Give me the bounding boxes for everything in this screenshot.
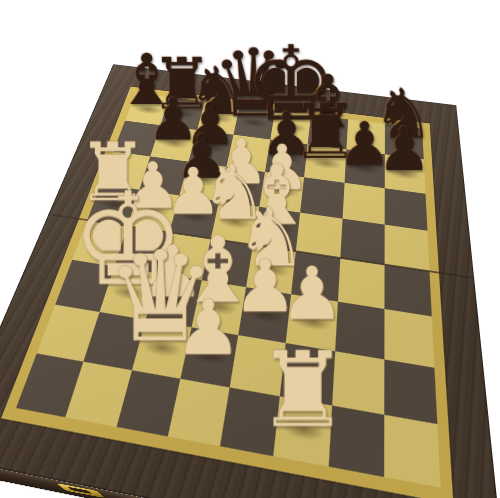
chess-box: ♝♜♞♛♚♝♞♟♟♟♜♟♟♟♟♟♜♟♟♞♝♞♚♟♝♟♟♛♟♜	[0, 64, 500, 498]
white-pawn-glyph: ♟	[279, 262, 344, 327]
board-top-face: ♝♜♞♛♚♝♞♟♟♟♜♟♟♟♟♟♜♟♟♞♝♞♚♟♝♟♟♛♟♜	[0, 64, 500, 498]
black-pawn-glyph: ♟	[377, 123, 431, 177]
product-photo-scene: ♝♜♞♛♚♝♞♟♟♟♜♟♟♟♟♟♜♟♟♞♝♞♚♟♝♟♟♛♟♜	[0, 0, 500, 498]
pieces-layer: ♝♜♞♛♚♝♞♟♟♟♜♟♟♟♟♟♜♟♟♞♝♞♚♟♝♟♟♛♟♜	[0, 64, 500, 498]
white-pawn-glyph: ♟	[175, 294, 243, 362]
box-latch-keeper	[67, 487, 92, 495]
white-rook-glyph: ♜	[256, 344, 349, 437]
